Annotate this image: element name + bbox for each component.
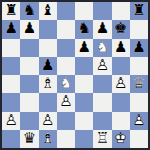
square-g3[interactable]: [112, 93, 130, 111]
square-g2[interactable]: [112, 112, 130, 130]
square-h8[interactable]: ♜: [130, 2, 148, 20]
square-d6[interactable]: [57, 39, 75, 57]
square-e2[interactable]: [75, 112, 93, 130]
square-e4[interactable]: [75, 75, 93, 93]
black-rook[interactable]: ♜: [130, 2, 148, 20]
square-e7[interactable]: ♞: [75, 20, 93, 38]
black-rook[interactable]: ♜: [2, 2, 20, 20]
square-f8[interactable]: [93, 2, 111, 20]
square-f4[interactable]: [93, 75, 111, 93]
square-d4[interactable]: ♞♘: [57, 75, 75, 93]
square-b7[interactable]: ♟: [20, 20, 38, 38]
black-pawn-glyph: ♟: [39, 58, 57, 73]
square-a6[interactable]: [2, 39, 20, 57]
square-e1[interactable]: [75, 130, 93, 148]
black-pawn[interactable]: ♟: [2, 20, 20, 38]
square-g4[interactable]: ♟♙: [112, 75, 130, 93]
square-a4[interactable]: [2, 75, 20, 93]
black-knight[interactable]: ♞: [20, 2, 38, 20]
square-h3[interactable]: [130, 93, 148, 111]
square-d5[interactable]: [57, 57, 75, 75]
square-f7[interactable]: ♟: [93, 20, 111, 38]
white-rook[interactable]: ♜♖: [93, 130, 111, 148]
square-a2[interactable]: ♟♙: [2, 112, 20, 130]
black-pawn-glyph: ♟: [75, 40, 93, 55]
square-b3[interactable]: [20, 93, 38, 111]
white-pawn-outline: ♙: [39, 113, 57, 128]
square-d2[interactable]: [57, 112, 75, 130]
black-pawn[interactable]: ♟: [112, 39, 130, 57]
black-knight-glyph: ♞: [20, 3, 38, 18]
square-d8[interactable]: [57, 2, 75, 20]
square-b4[interactable]: [20, 75, 38, 93]
square-d7[interactable]: [57, 20, 75, 38]
white-knight[interactable]: ♞♘: [93, 39, 111, 57]
square-b2[interactable]: [20, 112, 38, 130]
black-pawn[interactable]: ♟: [130, 39, 148, 57]
white-pawn[interactable]: ♟♙: [112, 75, 130, 93]
white-pawn-outline: ♙: [2, 113, 20, 128]
black-queen[interactable]: ♛: [20, 130, 38, 148]
white-knight[interactable]: ♞♘: [57, 75, 75, 93]
square-f3[interactable]: [93, 93, 111, 111]
white-rook-outline: ♖: [93, 131, 111, 146]
square-a7[interactable]: ♟: [2, 20, 20, 38]
square-c4[interactable]: ♝♗: [39, 75, 57, 93]
white-queen[interactable]: ♛♕: [130, 75, 148, 93]
black-pawn-glyph: ♟: [112, 40, 130, 55]
square-a1[interactable]: [2, 130, 20, 148]
square-h6[interactable]: ♟: [130, 39, 148, 57]
white-pawn-outline: ♙: [130, 113, 148, 128]
white-bishop[interactable]: ♝♗: [39, 75, 57, 93]
square-g7[interactable]: ♚: [112, 20, 130, 38]
square-c1[interactable]: ♝♗: [39, 130, 57, 148]
white-king[interactable]: ♚♔: [112, 130, 130, 148]
square-b1[interactable]: ♛: [20, 130, 38, 148]
square-b5[interactable]: [20, 57, 38, 75]
square-e6[interactable]: ♟: [75, 39, 93, 57]
square-h2[interactable]: ♟♙: [130, 112, 148, 130]
square-g5[interactable]: [112, 57, 130, 75]
square-g1[interactable]: ♚♔: [112, 130, 130, 148]
white-bishop[interactable]: ♝♗: [39, 130, 57, 148]
square-f6[interactable]: ♞♘: [93, 39, 111, 57]
black-pawn-glyph: ♟: [2, 22, 20, 37]
square-f5[interactable]: ♟♙: [93, 57, 111, 75]
square-c2[interactable]: ♟♙: [39, 112, 57, 130]
white-pawn[interactable]: ♟♙: [2, 112, 20, 130]
square-a5[interactable]: [2, 57, 20, 75]
white-pawn[interactable]: ♟♙: [57, 93, 75, 111]
square-c5[interactable]: ♟: [39, 57, 57, 75]
square-a8[interactable]: ♜: [2, 2, 20, 20]
square-f2[interactable]: [93, 112, 111, 130]
black-pawn-glyph: ♟: [20, 22, 38, 37]
white-pawn-outline: ♙: [112, 76, 130, 91]
black-king[interactable]: ♚: [112, 20, 130, 38]
square-h4[interactable]: ♛♕: [130, 75, 148, 93]
black-pawn[interactable]: ♟: [93, 20, 111, 38]
black-pawn-glyph: ♟: [130, 40, 148, 55]
black-knight[interactable]: ♞: [75, 20, 93, 38]
white-bishop-outline: ♗: [39, 76, 57, 91]
white-knight-outline: ♘: [93, 40, 111, 55]
square-h7[interactable]: [130, 20, 148, 38]
white-pawn[interactable]: ♟♙: [93, 57, 111, 75]
black-knight-glyph: ♞: [75, 22, 93, 37]
square-f1[interactable]: ♜♖: [93, 130, 111, 148]
square-b8[interactable]: ♞: [20, 2, 38, 20]
square-e8[interactable]: [75, 2, 93, 20]
square-h5[interactable]: [130, 57, 148, 75]
white-pawn[interactable]: ♟♙: [39, 112, 57, 130]
black-pawn[interactable]: ♟: [39, 57, 57, 75]
black-rook-glyph: ♜: [130, 3, 148, 18]
square-c6[interactable]: [39, 39, 57, 57]
white-pawn-outline: ♙: [57, 95, 75, 110]
square-d3[interactable]: ♟♙: [57, 93, 75, 111]
square-a3[interactable]: [2, 93, 20, 111]
black-bishop-glyph: ♝: [39, 3, 57, 18]
square-c7[interactable]: [39, 20, 57, 38]
square-d1[interactable]: [57, 130, 75, 148]
black-rook-glyph: ♜: [2, 3, 20, 18]
black-pawn-glyph: ♟: [93, 22, 111, 37]
square-c3[interactable]: [39, 93, 57, 111]
white-knight-outline: ♘: [57, 76, 75, 91]
chess-diagram: ♜♞♝♜♟♟♞♟♚♟♞♘♟♟♟♟♙♝♗♞♘♟♙♛♕♟♙♟♙♟♙♟♙♛♝♗♜♖♚♔: [0, 0, 150, 150]
black-queen-glyph: ♛: [20, 131, 38, 146]
square-h1[interactable]: [130, 130, 148, 148]
square-b6[interactable]: [20, 39, 38, 57]
white-pawn[interactable]: ♟♙: [130, 112, 148, 130]
black-bishop[interactable]: ♝: [39, 2, 57, 20]
square-c8[interactable]: ♝: [39, 2, 57, 20]
chess-board: ♜♞♝♜♟♟♞♟♚♟♞♘♟♟♟♟♙♝♗♞♘♟♙♛♕♟♙♟♙♟♙♟♙♛♝♗♜♖♚♔: [0, 0, 150, 150]
square-e3[interactable]: [75, 93, 93, 111]
black-pawn[interactable]: ♟: [75, 39, 93, 57]
white-king-outline: ♔: [112, 131, 130, 146]
black-pawn[interactable]: ♟: [20, 20, 38, 38]
square-g8[interactable]: [112, 2, 130, 20]
white-bishop-outline: ♗: [39, 131, 57, 146]
white-queen-outline: ♕: [130, 76, 148, 91]
black-king-glyph: ♚: [112, 22, 130, 37]
square-e5[interactable]: [75, 57, 93, 75]
white-pawn-outline: ♙: [93, 58, 111, 73]
square-g6[interactable]: ♟: [112, 39, 130, 57]
